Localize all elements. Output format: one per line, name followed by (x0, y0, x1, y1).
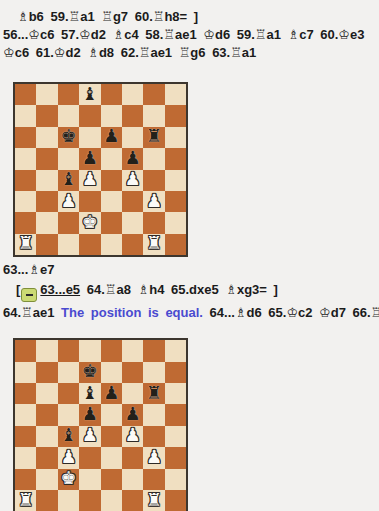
square-c7[interactable] (58, 362, 79, 383)
square-h8[interactable] (165, 84, 186, 105)
square-b2[interactable] (36, 212, 57, 233)
square-g8[interactable] (143, 84, 164, 105)
square-d4[interactable]: ♟ (79, 426, 100, 447)
white-pawn-g3[interactable]: ♟ (146, 448, 162, 466)
square-a7[interactable] (15, 362, 36, 383)
square-e1[interactable] (101, 490, 122, 511)
square-b4[interactable] (36, 426, 57, 447)
square-f1[interactable] (122, 234, 143, 255)
square-c7[interactable] (58, 105, 79, 126)
square-c3[interactable]: ♟ (58, 191, 79, 212)
square-g6[interactable]: ♜ (143, 383, 164, 404)
square-e8[interactable] (101, 84, 122, 105)
square-c3[interactable]: ♟ (58, 447, 79, 468)
square-g4[interactable] (143, 426, 164, 447)
square-d8[interactable] (79, 340, 100, 361)
square-c6[interactable]: ♚ (58, 127, 79, 148)
square-g4[interactable] (143, 170, 164, 191)
white-king-c2[interactable]: ♚ (60, 469, 76, 487)
mainline-moves-row-1[interactable]: 56...♔c6 57.♔d2 ♗c4 58.♖ae1 ♔d6 59.♖a1 ♗… (3, 26, 379, 44)
square-e4[interactable] (101, 170, 122, 191)
square-b7[interactable] (36, 362, 57, 383)
square-a5[interactable] (15, 148, 36, 169)
square-f8[interactable] (122, 84, 143, 105)
square-e2[interactable] (101, 469, 122, 490)
square-d6[interactable] (79, 127, 100, 148)
square-f6[interactable] (122, 383, 143, 404)
square-c1[interactable] (58, 490, 79, 511)
square-a5[interactable] (15, 404, 36, 425)
square-c5[interactable] (58, 148, 79, 169)
white-pawn-c3[interactable]: ♟ (60, 192, 76, 210)
square-b3[interactable] (36, 191, 57, 212)
square-a8[interactable] (15, 84, 36, 105)
white-king-d2[interactable]: ♚ (82, 213, 98, 231)
white-rook-a1[interactable]: ♜ (18, 491, 34, 509)
square-a1[interactable]: ♜ (15, 234, 36, 255)
square-b3[interactable] (36, 447, 57, 468)
square-d4[interactable]: ♟ (79, 170, 100, 191)
square-h7[interactable] (165, 362, 186, 383)
square-c6[interactable] (58, 383, 79, 404)
black-rook-g6[interactable]: ♜ (146, 384, 162, 402)
square-d1[interactable] (79, 234, 100, 255)
square-h1[interactable] (165, 234, 186, 255)
square-h3[interactable] (165, 191, 186, 212)
mainline-move-63-black[interactable]: 63...♗e7 (3, 261, 379, 279)
square-d1[interactable] (79, 490, 100, 511)
black-king-c6[interactable]: ♚ (60, 127, 76, 145)
square-g2[interactable] (143, 212, 164, 233)
square-h2[interactable] (165, 212, 186, 233)
square-f4[interactable]: ♟ (122, 170, 143, 191)
variation-line-continuation[interactable]: ♗b6 59.♖a1 ♖g7 60.♖h8= ] (3, 8, 379, 26)
black-bishop-c4[interactable]: ♝ (60, 170, 76, 188)
square-c4[interactable]: ♝ (58, 170, 79, 191)
square-c2[interactable] (58, 212, 79, 233)
square-g3[interactable]: ♟ (143, 447, 164, 468)
square-h4[interactable] (165, 426, 186, 447)
square-h7[interactable] (165, 105, 186, 126)
square-a8[interactable] (15, 340, 36, 361)
square-b8[interactable] (36, 340, 57, 361)
square-f5[interactable]: ♟ (122, 404, 143, 425)
white-rook-g1[interactable]: ♜ (146, 234, 162, 252)
square-e7[interactable] (101, 362, 122, 383)
square-h4[interactable] (165, 170, 186, 191)
square-h2[interactable] (165, 469, 186, 490)
square-e1[interactable] (101, 234, 122, 255)
black-bishop-d6[interactable]: ♝ (82, 384, 98, 402)
white-pawn-c3[interactable]: ♟ (60, 448, 76, 466)
square-d7[interactable]: ♚ (79, 362, 100, 383)
square-a3[interactable] (15, 191, 36, 212)
square-g5[interactable] (143, 404, 164, 425)
square-d7[interactable] (79, 105, 100, 126)
square-a4[interactable] (15, 426, 36, 447)
mainline-moves-row-2[interactable]: ♔c6 61.♔d2 ♗d8 62.♖ae1 ♖g6 63.♖a1 (3, 44, 379, 62)
square-g6[interactable]: ♜ (143, 127, 164, 148)
square-a1[interactable]: ♜ (15, 490, 36, 511)
evaluation-annotation[interactable]: The position is equal. (61, 305, 203, 320)
square-d5[interactable]: ♟ (79, 148, 100, 169)
black-king-d7[interactable]: ♚ (82, 362, 98, 380)
square-e5[interactable] (101, 404, 122, 425)
square-b5[interactable] (36, 148, 57, 169)
square-d2[interactable] (79, 469, 100, 490)
square-a6[interactable] (15, 127, 36, 148)
square-h6[interactable] (165, 127, 186, 148)
square-f8[interactable] (122, 340, 143, 361)
square-b8[interactable] (36, 84, 57, 105)
square-b1[interactable] (36, 490, 57, 511)
white-pawn-f4[interactable]: ♟ (125, 426, 141, 444)
square-b4[interactable] (36, 170, 57, 191)
square-h5[interactable] (165, 148, 186, 169)
white-rook-a1[interactable]: ♜ (18, 234, 34, 252)
square-a4[interactable] (15, 170, 36, 191)
square-e5[interactable] (101, 148, 122, 169)
square-d3[interactable] (79, 447, 100, 468)
square-g7[interactable] (143, 362, 164, 383)
square-b1[interactable] (36, 234, 57, 255)
square-f7[interactable] (122, 105, 143, 126)
square-e3[interactable] (101, 191, 122, 212)
square-e3[interactable] (101, 447, 122, 468)
square-g5[interactable] (143, 148, 164, 169)
square-c5[interactable] (58, 404, 79, 425)
variation-open-bracket: [ (16, 282, 20, 297)
variation-moves[interactable]: 64.♖a8 ♗h4 65.dxe5 ♗xg3= ] (87, 282, 278, 297)
square-e8[interactable] (101, 340, 122, 361)
square-a7[interactable] (15, 105, 36, 126)
square-h6[interactable] (165, 383, 186, 404)
black-bishop-d8[interactable]: ♝ (82, 85, 98, 103)
square-f6[interactable] (122, 127, 143, 148)
white-pawn-d4[interactable]: ♟ (82, 170, 98, 188)
square-a6[interactable] (15, 383, 36, 404)
square-g7[interactable] (143, 105, 164, 126)
white-pawn-d4[interactable]: ♟ (82, 426, 98, 444)
square-f3[interactable] (122, 447, 143, 468)
square-a2[interactable] (15, 212, 36, 233)
square-f1[interactable] (122, 490, 143, 511)
variation-line: [63...e5 64.♖a8 ♗h4 65.dxe5 ♗xg3= ] (3, 281, 379, 302)
square-f2[interactable] (122, 469, 143, 490)
black-pawn-d5[interactable]: ♟ (82, 149, 98, 167)
black-bishop-c4[interactable]: ♝ (60, 426, 76, 444)
square-e4[interactable] (101, 426, 122, 447)
square-g8[interactable] (143, 340, 164, 361)
notation-panel: ♗b6 59.♖a1 ♖g7 60.♖h8= ] 56...♔c6 57.♔d2… (0, 0, 379, 511)
square-h1[interactable] (165, 490, 186, 511)
square-f5[interactable]: ♟ (122, 148, 143, 169)
square-f3[interactable] (122, 191, 143, 212)
square-f4[interactable]: ♟ (122, 426, 143, 447)
variation-link-move[interactable]: 63...e5 (40, 282, 80, 297)
square-e6[interactable]: ♟ (101, 383, 122, 404)
square-c2[interactable]: ♚ (58, 469, 79, 490)
chess-board-diagram-1: ♝♚♟♜♟♟♝♟♟♟♟♚♜♜ (13, 82, 188, 257)
square-b6[interactable] (36, 127, 57, 148)
square-e2[interactable] (101, 212, 122, 233)
square-c8[interactable] (58, 84, 79, 105)
square-e6[interactable]: ♟ (101, 127, 122, 148)
square-h5[interactable] (165, 404, 186, 425)
square-h8[interactable] (165, 340, 186, 361)
square-d5[interactable]: ♟ (79, 404, 100, 425)
mainline-moves-64-66[interactable]: 64...♗d6 65.♔c2 ♔d7 66.♖a1 (210, 305, 379, 320)
mainline-move-64[interactable]: 64.♖ae1 (3, 305, 54, 320)
square-f7[interactable] (122, 362, 143, 383)
square-h3[interactable] (165, 447, 186, 468)
mainline-move-64-row: 64.♖ae1 The position is equal. 64...♗d6 … (3, 304, 379, 322)
equal-position-icon[interactable] (21, 288, 37, 302)
square-a2[interactable] (15, 469, 36, 490)
square-c4[interactable]: ♝ (58, 426, 79, 447)
square-b6[interactable] (36, 383, 57, 404)
square-g1[interactable]: ♜ (143, 234, 164, 255)
square-b5[interactable] (36, 404, 57, 425)
square-c8[interactable] (58, 340, 79, 361)
square-d6[interactable]: ♝ (79, 383, 100, 404)
square-g2[interactable] (143, 469, 164, 490)
square-d2[interactable]: ♚ (79, 212, 100, 233)
white-pawn-f4[interactable]: ♟ (125, 170, 141, 188)
square-b2[interactable] (36, 469, 57, 490)
white-rook-g1[interactable]: ♜ (146, 491, 162, 509)
square-b7[interactable] (36, 105, 57, 126)
black-pawn-e6[interactable]: ♟ (103, 127, 119, 145)
black-pawn-f5[interactable]: ♟ (125, 149, 141, 167)
square-d8[interactable]: ♝ (79, 84, 100, 105)
chess-board-diagram-2: ♚♝♟♜♟♟♝♟♟♟♟♚♜♜ (13, 338, 188, 511)
black-pawn-d5[interactable]: ♟ (82, 405, 98, 423)
square-d3[interactable] (79, 191, 100, 212)
square-f2[interactable] (122, 212, 143, 233)
black-rook-g6[interactable]: ♜ (146, 127, 162, 145)
square-e7[interactable] (101, 105, 122, 126)
square-c1[interactable] (58, 234, 79, 255)
black-pawn-e6[interactable]: ♟ (103, 384, 119, 402)
square-a3[interactable] (15, 447, 36, 468)
square-g3[interactable]: ♟ (143, 191, 164, 212)
equal-position-icon-dash (26, 294, 33, 296)
square-g1[interactable]: ♜ (143, 490, 164, 511)
black-pawn-f5[interactable]: ♟ (125, 405, 141, 423)
white-pawn-g3[interactable]: ♟ (146, 192, 162, 210)
